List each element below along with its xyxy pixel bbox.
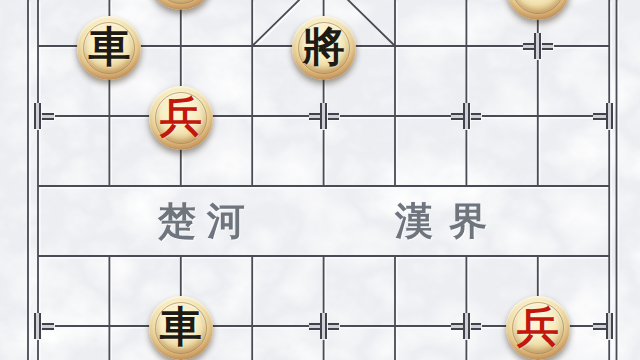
point-marker xyxy=(23,103,53,129)
piece-character: 車 xyxy=(88,26,130,68)
piece-unknown-cropped[interactable] xyxy=(506,0,570,20)
piece-red-soldier[interactable]: 兵 xyxy=(149,86,213,150)
piece-unknown-cropped[interactable] xyxy=(149,0,213,10)
xiangqi-board-screen: 楚河 漢界 車將兵車兵 xyxy=(0,0,640,360)
piece-character: 車 xyxy=(160,306,202,348)
piece-black-general[interactable]: 將 xyxy=(292,16,356,80)
piece-character: 將 xyxy=(303,26,345,68)
point-marker xyxy=(309,103,339,129)
point-marker xyxy=(451,313,481,339)
point-marker xyxy=(309,313,339,339)
point-marker xyxy=(23,313,53,339)
xiangqi-board[interactable]: 車將兵車兵 xyxy=(2,0,640,360)
piece-red-soldier[interactable]: 兵 xyxy=(506,296,570,360)
point-marker xyxy=(594,103,624,129)
piece-character: 兵 xyxy=(160,96,202,138)
point-marker xyxy=(594,313,624,339)
piece-black-chariot[interactable]: 車 xyxy=(77,16,141,80)
point-marker xyxy=(451,103,481,129)
piece-character: 兵 xyxy=(517,306,559,348)
piece-black-chariot[interactable]: 車 xyxy=(149,296,213,360)
point-marker xyxy=(523,33,553,59)
